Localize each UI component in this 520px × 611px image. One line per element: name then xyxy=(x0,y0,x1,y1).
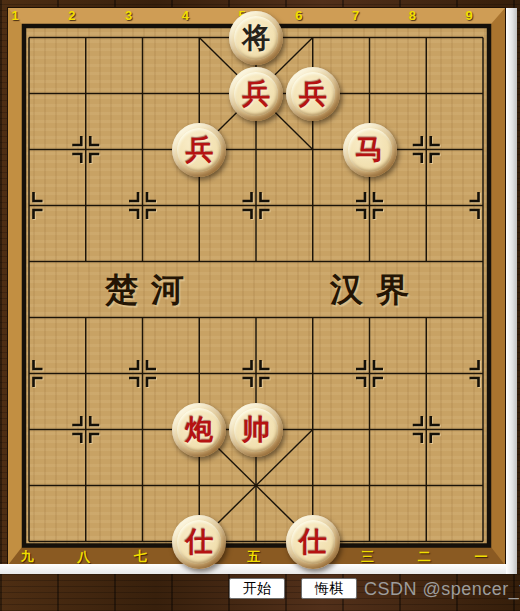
piece-character: 仕 xyxy=(299,528,327,556)
piece-red-general[interactable]: 帅 xyxy=(229,403,283,457)
piece-face: 帅 xyxy=(234,408,278,452)
file-label-top-2: 2 xyxy=(68,9,75,23)
start-button[interactable]: 开始 xyxy=(229,578,285,599)
piece-red-advisor-2[interactable]: 仕 xyxy=(286,515,340,569)
file-label-top-1: 1 xyxy=(11,9,18,23)
piece-red-advisor-1[interactable]: 仕 xyxy=(172,515,226,569)
piece-character: 炮 xyxy=(185,416,213,444)
file-label-top-7: 7 xyxy=(352,9,359,23)
piece-character: 仕 xyxy=(185,528,213,556)
piece-character: 帅 xyxy=(242,416,270,444)
river-label-right: 汉界 xyxy=(321,268,431,312)
file-label-bottom-8: 二 xyxy=(418,549,431,564)
piece-face: 仕 xyxy=(291,520,335,564)
piece-face: 将 xyxy=(234,16,278,60)
piece-character: 兵 xyxy=(185,136,213,164)
page-background: 楚河 汉界 123456789 九八七六五四三二一 将兵兵兵马炮帅仕仕 开始 悔… xyxy=(0,0,520,611)
file-label-top-8: 8 xyxy=(409,9,416,23)
piece-character: 马 xyxy=(356,136,384,164)
file-label-bottom-3: 七 xyxy=(134,549,147,564)
file-label-bottom-7: 三 xyxy=(361,549,374,564)
piece-face: 马 xyxy=(348,128,392,172)
river-band: 楚河 汉界 xyxy=(8,268,505,312)
undo-button[interactable]: 悔棋 xyxy=(301,578,357,599)
file-label-bottom-1: 九 xyxy=(21,549,34,564)
piece-red-cannon[interactable]: 炮 xyxy=(172,403,226,457)
page-gap-bottom xyxy=(0,564,517,574)
file-label-top-4: 4 xyxy=(182,9,189,23)
piece-face: 兵 xyxy=(234,72,278,116)
file-label-bottom-5: 五 xyxy=(248,549,261,564)
watermark-text: CSDN @spencer_tseng xyxy=(364,579,520,600)
file-label-top-3: 3 xyxy=(125,9,132,23)
xiangqi-board[interactable]: 楚河 汉界 123456789 九八七六五四三二一 将兵兵兵马炮帅仕仕 xyxy=(8,8,505,565)
file-label-bottom-2: 八 xyxy=(77,549,90,564)
river-label-left: 楚河 xyxy=(96,268,206,312)
piece-face: 兵 xyxy=(291,72,335,116)
file-label-bottom-9: 一 xyxy=(475,549,488,564)
piece-red-horse[interactable]: 马 xyxy=(343,123,397,177)
piece-red-soldier-2[interactable]: 兵 xyxy=(286,67,340,121)
page-gap-right xyxy=(506,8,517,574)
piece-black-general[interactable]: 将 xyxy=(229,11,283,65)
piece-face: 兵 xyxy=(177,128,221,172)
piece-red-soldier-3[interactable]: 兵 xyxy=(172,123,226,177)
piece-face: 炮 xyxy=(177,408,221,452)
piece-character: 兵 xyxy=(299,80,327,108)
file-label-top-9: 9 xyxy=(465,9,472,23)
piece-character: 将 xyxy=(242,24,270,52)
piece-face: 仕 xyxy=(177,520,221,564)
file-label-top-6: 6 xyxy=(295,9,302,23)
piece-red-soldier-1[interactable]: 兵 xyxy=(229,67,283,121)
piece-character: 兵 xyxy=(242,80,270,108)
